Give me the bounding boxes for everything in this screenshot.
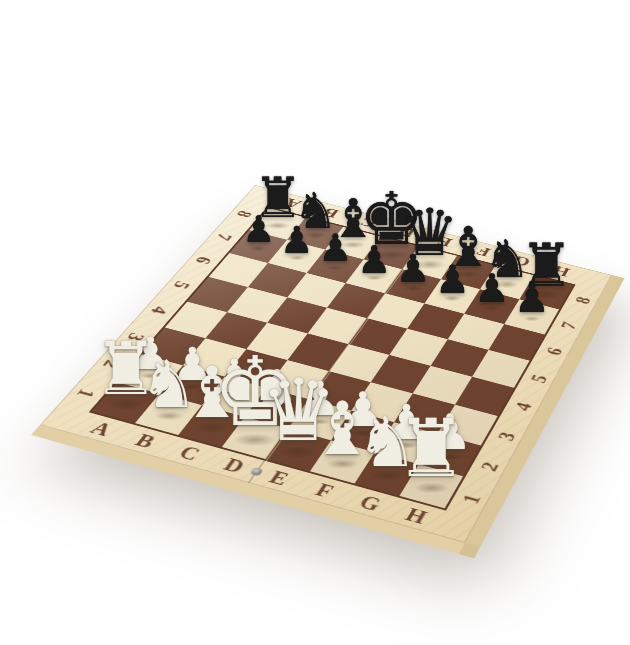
piece-black-pawn-e7[interactable]: ♟	[396, 250, 431, 289]
chess-photo-scene: ABCDEFGH ABCDEFGH 87654321 87654321 ♜♞♝♚…	[0, 0, 630, 645]
piece-black-pawn-f7[interactable]: ♟	[435, 260, 470, 299]
piece-black-pawn-d7[interactable]: ♟	[357, 240, 391, 278]
piece-black-pawn-b7[interactable]: ♟	[280, 221, 313, 258]
piece-black-pawn-c7[interactable]: ♟	[318, 231, 352, 269]
piece-black-pawn-g7[interactable]: ♟	[474, 269, 509, 309]
piece-black-pawn-a7[interactable]: ♟	[242, 212, 275, 249]
piece-white-rook-h1[interactable]: ♜	[396, 409, 467, 489]
piece-black-pawn-h7[interactable]: ♟	[514, 279, 550, 319]
